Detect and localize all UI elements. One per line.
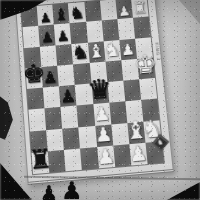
square-h1: ♜ xyxy=(131,0,149,18)
square-g1 xyxy=(133,17,151,39)
square-d4: ♛ xyxy=(91,82,109,104)
captured-black-piece: ♟ xyxy=(40,183,58,200)
square-b5 xyxy=(79,125,97,148)
square-e5 xyxy=(73,63,91,85)
square-c5 xyxy=(77,104,95,127)
white-pawn-h2: ♟ xyxy=(118,4,131,18)
square-f5: ♞ xyxy=(72,42,90,64)
black-pawn-g6: ♟ xyxy=(56,29,70,44)
square-c3 xyxy=(109,102,127,124)
square-g4 xyxy=(86,21,104,43)
square-e3 xyxy=(105,60,123,82)
square-a8: ♜ xyxy=(32,151,50,174)
square-c6 xyxy=(61,106,79,129)
square-b7 xyxy=(46,128,64,151)
white-pawn-c4: ♟ xyxy=(93,105,111,125)
square-g7: ♟ xyxy=(38,25,55,47)
captured-black-piece: ♟ xyxy=(61,179,83,200)
square-a5 xyxy=(80,147,98,170)
square-h3 xyxy=(100,0,118,21)
square-h5: ♞ xyxy=(68,2,85,23)
square-d1 xyxy=(139,78,157,100)
square-e4 xyxy=(89,61,107,83)
square-b8 xyxy=(30,130,48,153)
white-rook-h1: ♜ xyxy=(132,0,148,17)
square-h7: ♟ xyxy=(37,5,54,26)
square-a3 xyxy=(113,144,131,167)
black-bishop-h6: ♝ xyxy=(53,6,69,23)
square-e1: ♚ xyxy=(137,57,155,79)
square-d3 xyxy=(107,81,125,103)
square-a7 xyxy=(48,150,66,173)
white-pawn-f2: ♟ xyxy=(121,43,136,59)
square-b6 xyxy=(62,127,80,150)
square-b3 xyxy=(111,123,129,146)
square-e8: ♚ xyxy=(25,67,43,89)
square-d7 xyxy=(43,86,61,108)
black-pawn-d6: ♟ xyxy=(60,88,77,106)
square-c8 xyxy=(28,109,46,132)
board-brand-text: KING 3 xyxy=(154,42,161,61)
square-c7 xyxy=(45,107,63,130)
black-pawn-e7: ♟ xyxy=(42,69,58,86)
square-a4: ♟ xyxy=(97,145,115,168)
square-h6: ♝ xyxy=(53,3,70,24)
square-h4 xyxy=(84,1,102,22)
square-a6 xyxy=(64,148,82,171)
square-f1 xyxy=(135,37,153,59)
black-pawn-h7: ♟ xyxy=(39,11,52,25)
black-knight-h5: ♞ xyxy=(69,5,85,22)
square-g5 xyxy=(70,22,88,44)
square-e7: ♟ xyxy=(41,65,59,87)
square-g3 xyxy=(101,19,119,41)
photo-frame: ♟♝♞♟♜♟♟♞♝♞♟♚♟♚♟♛♟♟♝♞♜♟♟ KING 3 ♞ ♟♟ xyxy=(0,0,200,200)
black-pawn-g7: ♟ xyxy=(40,30,54,45)
square-h2: ♟ xyxy=(115,0,133,19)
square-f6 xyxy=(56,44,74,66)
square-d6: ♟ xyxy=(59,85,77,107)
board-grid: ♟♝♞♟♜♟♟♞♝♞♟♚♟♚♟♛♟♟♝♞♜♟♟ xyxy=(21,0,164,174)
square-g6: ♟ xyxy=(54,23,71,45)
square-f8 xyxy=(24,46,41,68)
square-f7 xyxy=(40,45,57,67)
photo-scene: ♟♝♞♟♜♟♟♞♝♞♟♚♟♚♟♛♟♟♝♞♜♟♟ KING 3 ♞ ♟♟ xyxy=(0,0,200,200)
square-d8 xyxy=(27,88,45,110)
square-c1 xyxy=(141,99,159,121)
square-b4: ♟ xyxy=(95,124,113,147)
square-f3: ♞ xyxy=(103,40,121,62)
square-c4: ♟ xyxy=(93,103,111,126)
square-d5 xyxy=(75,83,93,105)
chess-board: ♟♝♞♟♜♟♟♞♝♞♟♚♟♚♟♛♟♟♝♞♜♟♟ KING 3 ♞ xyxy=(15,0,174,185)
square-g8 xyxy=(23,26,40,48)
square-e6 xyxy=(57,64,75,86)
square-f4: ♝ xyxy=(87,41,105,63)
knight-emblem-glyph: ♞ xyxy=(157,139,164,147)
